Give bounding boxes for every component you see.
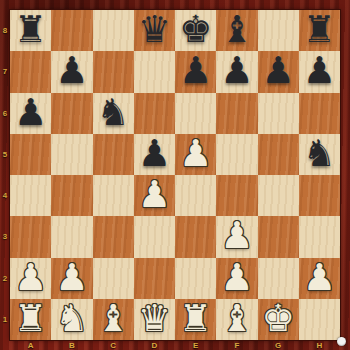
white-to-move-indicator-dot [337, 337, 346, 346]
square-h6[interactable] [299, 93, 340, 134]
square-f7[interactable]: ♟ [216, 51, 257, 92]
black-king[interactable]: ♚ [179, 11, 212, 48]
file-label-e: E [175, 340, 216, 350]
rank-label-4: 4 [0, 175, 10, 216]
square-b6[interactable] [51, 93, 92, 134]
square-h1[interactable] [299, 299, 340, 340]
square-a3[interactable] [10, 216, 51, 257]
square-f8[interactable]: ♝ [216, 10, 257, 51]
white-pawn[interactable]: ♟ [220, 217, 253, 254]
black-pawn[interactable]: ♟ [303, 52, 336, 89]
file-label-b: B [51, 340, 92, 350]
square-a5[interactable] [10, 134, 51, 175]
white-rook[interactable]: ♜ [14, 300, 47, 337]
square-a1[interactable]: ♜ [10, 299, 51, 340]
square-g8[interactable] [258, 10, 299, 51]
square-a2[interactable]: ♟ [10, 258, 51, 299]
square-e1[interactable]: ♜ [175, 299, 216, 340]
white-rook[interactable]: ♜ [179, 300, 212, 337]
square-d4[interactable]: ♟ [134, 175, 175, 216]
white-king[interactable]: ♚ [262, 300, 295, 337]
square-f2[interactable]: ♟ [216, 258, 257, 299]
square-e3[interactable] [175, 216, 216, 257]
square-h8[interactable]: ♜ [299, 10, 340, 51]
white-pawn[interactable]: ♟ [179, 135, 212, 172]
square-e4[interactable] [175, 175, 216, 216]
square-c8[interactable] [93, 10, 134, 51]
square-c7[interactable] [93, 51, 134, 92]
white-pawn[interactable]: ♟ [14, 259, 47, 296]
square-d3[interactable] [134, 216, 175, 257]
black-queen[interactable]: ♛ [138, 11, 171, 48]
square-e2[interactable] [175, 258, 216, 299]
square-c4[interactable] [93, 175, 134, 216]
square-d5[interactable]: ♟ [134, 134, 175, 175]
board-frame: 87654321 ♜♛♚♝♜♟♟♟♟♟♟♞♟♟♞♟♟♟♟♟♟♜♞♝♛♜♝♚ AB… [0, 0, 350, 350]
square-e7[interactable]: ♟ [175, 51, 216, 92]
black-pawn[interactable]: ♟ [179, 52, 212, 89]
rank-label-2: 2 [0, 258, 10, 299]
square-a7[interactable] [10, 51, 51, 92]
rank-label-7: 7 [0, 51, 10, 92]
square-g5[interactable] [258, 134, 299, 175]
black-pawn[interactable]: ♟ [138, 135, 171, 172]
square-h3[interactable] [299, 216, 340, 257]
black-knight[interactable]: ♞ [97, 94, 130, 131]
square-g7[interactable]: ♟ [258, 51, 299, 92]
square-c5[interactable] [93, 134, 134, 175]
square-e8[interactable]: ♚ [175, 10, 216, 51]
black-rook[interactable]: ♜ [14, 11, 47, 48]
square-g4[interactable] [258, 175, 299, 216]
file-label-h: H [299, 340, 340, 350]
square-e6[interactable] [175, 93, 216, 134]
white-pawn[interactable]: ♟ [55, 259, 88, 296]
white-bishop[interactable]: ♝ [97, 300, 130, 337]
black-bishop[interactable]: ♝ [220, 11, 253, 48]
rank-label-5: 5 [0, 134, 10, 175]
file-label-d: D [134, 340, 175, 350]
square-f1[interactable]: ♝ [216, 299, 257, 340]
square-b3[interactable] [51, 216, 92, 257]
square-a4[interactable] [10, 175, 51, 216]
square-c3[interactable] [93, 216, 134, 257]
black-pawn[interactable]: ♟ [14, 94, 47, 131]
chess-board: ♜♛♚♝♜♟♟♟♟♟♟♞♟♟♞♟♟♟♟♟♟♜♞♝♛♜♝♚ [10, 10, 340, 340]
white-pawn[interactable]: ♟ [303, 259, 336, 296]
square-f3[interactable]: ♟ [216, 216, 257, 257]
square-f5[interactable] [216, 134, 257, 175]
black-pawn[interactable]: ♟ [220, 52, 253, 89]
square-d8[interactable]: ♛ [134, 10, 175, 51]
white-pawn[interactable]: ♟ [138, 176, 171, 213]
square-b2[interactable]: ♟ [51, 258, 92, 299]
black-knight[interactable]: ♞ [303, 135, 336, 172]
rank-label-1: 1 [0, 299, 10, 340]
square-a8[interactable]: ♜ [10, 10, 51, 51]
square-a6[interactable]: ♟ [10, 93, 51, 134]
square-g1[interactable]: ♚ [258, 299, 299, 340]
rank-label-6: 6 [0, 93, 10, 134]
square-h5[interactable]: ♞ [299, 134, 340, 175]
square-c2[interactable] [93, 258, 134, 299]
square-g6[interactable] [258, 93, 299, 134]
rank-labels: 87654321 [0, 10, 10, 340]
square-b8[interactable] [51, 10, 92, 51]
file-label-f: F [216, 340, 257, 350]
square-c1[interactable]: ♝ [93, 299, 134, 340]
square-d7[interactable] [134, 51, 175, 92]
square-b4[interactable] [51, 175, 92, 216]
square-b5[interactable] [51, 134, 92, 175]
square-h2[interactable]: ♟ [299, 258, 340, 299]
square-f4[interactable] [216, 175, 257, 216]
square-e5[interactable]: ♟ [175, 134, 216, 175]
white-pawn[interactable]: ♟ [220, 259, 253, 296]
file-labels: ABCDEFGH [10, 340, 340, 350]
square-b7[interactable]: ♟ [51, 51, 92, 92]
rank-label-8: 8 [0, 10, 10, 51]
file-label-c: C [93, 340, 134, 350]
square-h4[interactable] [299, 175, 340, 216]
square-g2[interactable] [258, 258, 299, 299]
square-d6[interactable] [134, 93, 175, 134]
rank-label-3: 3 [0, 216, 10, 257]
black-rook[interactable]: ♜ [303, 11, 336, 48]
square-h7[interactable]: ♟ [299, 51, 340, 92]
white-knight[interactable]: ♞ [55, 300, 88, 337]
square-b1[interactable]: ♞ [51, 299, 92, 340]
white-queen[interactable]: ♛ [138, 300, 171, 337]
square-f6[interactable] [216, 93, 257, 134]
square-d2[interactable] [134, 258, 175, 299]
square-c6[interactable]: ♞ [93, 93, 134, 134]
square-g3[interactable] [258, 216, 299, 257]
file-label-g: G [258, 340, 299, 350]
black-pawn[interactable]: ♟ [262, 52, 295, 89]
file-label-a: A [10, 340, 51, 350]
black-pawn[interactable]: ♟ [55, 52, 88, 89]
square-d1[interactable]: ♛ [134, 299, 175, 340]
white-bishop[interactable]: ♝ [220, 300, 253, 337]
